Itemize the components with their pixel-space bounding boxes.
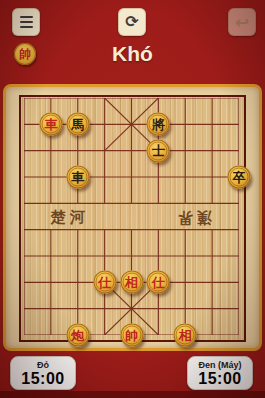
xiangqi-app: ⟳ ↩ 帥 Khó 楚河 漢界 車馬將士車卒仕相仕炮帥相 Đỏ 15:00 Đe… [0, 0, 265, 398]
piece-red-chariot[interactable]: 車 [39, 113, 62, 136]
piece-black-soldier[interactable]: 卒 [228, 166, 251, 189]
timer-red-label: Đỏ [11, 360, 75, 370]
piece-red-advisor[interactable]: 仕 [147, 271, 170, 294]
undo-button[interactable]: ↩ [228, 8, 256, 36]
river-label-han-jie: 漢界 [174, 207, 212, 226]
hamburger-icon [20, 16, 33, 28]
timer-red-time: 15:00 [11, 371, 75, 387]
timer-black: Đen (Máy) 15:00 [187, 356, 253, 390]
page-title: Khó [0, 42, 265, 66]
refresh-button[interactable]: ⟳ [118, 8, 146, 36]
piece-black-advisor[interactable]: 士 [147, 139, 170, 162]
timer-red: Đỏ 15:00 [10, 356, 76, 390]
menu-button[interactable] [12, 8, 40, 36]
bottom-strip [0, 391, 265, 398]
board-wood-area: 楚河 漢界 車馬將士車卒仕相仕炮帥相 [19, 95, 246, 342]
piece-red-elephant[interactable]: 相 [120, 271, 143, 294]
piece-red-general[interactable]: 帥 [120, 324, 143, 347]
piece-black-horse[interactable]: 馬 [66, 113, 89, 136]
timer-black-time: 15:00 [188, 371, 252, 387]
river-label-chu-he: 楚河 [51, 207, 89, 226]
piece-red-elephant[interactable]: 相 [174, 324, 197, 347]
piece-black-general[interactable]: 將 [147, 113, 170, 136]
refresh-icon: ⟳ [125, 14, 138, 30]
xiangqi-board[interactable]: 楚河 漢界 車馬將士車卒仕相仕炮帥相 [3, 84, 262, 351]
piece-black-chariot[interactable]: 車 [66, 166, 89, 189]
piece-red-advisor[interactable]: 仕 [93, 271, 116, 294]
undo-icon: ↩ [235, 14, 249, 31]
timer-black-label: Đen (Máy) [188, 360, 252, 370]
piece-red-cannon[interactable]: 炮 [66, 324, 89, 347]
